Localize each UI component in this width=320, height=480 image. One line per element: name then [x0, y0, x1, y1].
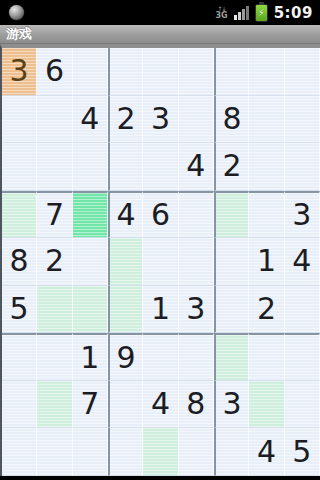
- sudoku-cell-r4c8[interactable]: 4: [285, 238, 320, 286]
- sudoku-cell-r3c2[interactable]: [73, 191, 108, 239]
- sudoku-cell-r0c3[interactable]: [108, 48, 143, 96]
- sudoku-cell-r8c1[interactable]: [37, 428, 72, 476]
- sudoku-cell-r4c4[interactable]: [143, 238, 178, 286]
- sudoku-cell-r6c7[interactable]: [249, 333, 284, 381]
- sudoku-cell-r4c7[interactable]: 1: [249, 238, 284, 286]
- sudoku-cell-r7c3[interactable]: [108, 381, 143, 429]
- sudoku-cell-r8c7[interactable]: 4: [249, 428, 284, 476]
- sudoku-cell-r1c0[interactable]: [2, 96, 37, 144]
- sudoku-cell-r3c1[interactable]: 7: [37, 191, 72, 239]
- status-bar-left: [5, 5, 24, 20]
- sudoku-cell-r4c2[interactable]: [73, 238, 108, 286]
- app-globe-icon: [9, 5, 24, 20]
- signal-strength-icon: [234, 6, 249, 20]
- sudoku-cell-r8c6[interactable]: [214, 428, 249, 476]
- sudoku-cell-r2c1[interactable]: [37, 143, 72, 191]
- sudoku-cell-r0c8[interactable]: [285, 48, 320, 96]
- sudoku-cell-r4c5[interactable]: [179, 238, 214, 286]
- sudoku-cell-r5c8[interactable]: [285, 286, 320, 334]
- sudoku-cell-r1c8[interactable]: [285, 96, 320, 144]
- sudoku-cell-r4c6[interactable]: [214, 238, 249, 286]
- sudoku-cell-r5c3[interactable]: [108, 286, 143, 334]
- sudoku-cell-r7c7[interactable]: [249, 381, 284, 429]
- sudoku-cell-r6c4[interactable]: [143, 333, 178, 381]
- sudoku-cell-r5c2[interactable]: [73, 286, 108, 334]
- sudoku-cell-r7c1[interactable]: [37, 381, 72, 429]
- sudoku-cell-r2c2[interactable]: [73, 143, 108, 191]
- sudoku-cell-r2c4[interactable]: [143, 143, 178, 191]
- sudoku-cell-r7c2[interactable]: 7: [73, 381, 108, 429]
- sudoku-cell-r8c8[interactable]: 5: [285, 428, 320, 476]
- sudoku-cell-r7c8[interactable]: [285, 381, 320, 429]
- sudoku-cell-r5c7[interactable]: 2: [249, 286, 284, 334]
- sudoku-cell-r2c5[interactable]: 4: [179, 143, 214, 191]
- sudoku-cell-r2c6[interactable]: 2: [214, 143, 249, 191]
- sudoku-cell-r6c8[interactable]: [285, 333, 320, 381]
- sudoku-cell-r5c1[interactable]: [37, 286, 72, 334]
- sudoku-cell-r1c5[interactable]: [179, 96, 214, 144]
- sudoku-cell-r2c0[interactable]: [2, 143, 37, 191]
- title-bar: 游戏: [0, 25, 320, 44]
- sudoku-cell-r8c3[interactable]: [108, 428, 143, 476]
- sudoku-cell-r0c2[interactable]: [73, 48, 108, 96]
- sudoku-cell-r0c5[interactable]: [179, 48, 214, 96]
- sudoku-cell-r1c2[interactable]: 4: [73, 96, 108, 144]
- sudoku-cell-r6c6[interactable]: [214, 333, 249, 381]
- sudoku-cell-r0c4[interactable]: [143, 48, 178, 96]
- sudoku-cell-r3c8[interactable]: 3: [285, 191, 320, 239]
- sudoku-cell-r3c6[interactable]: [214, 191, 249, 239]
- sudoku-cell-r7c0[interactable]: [2, 381, 37, 429]
- sudoku-cell-r5c0[interactable]: 5: [2, 286, 37, 334]
- sudoku-cell-r3c4[interactable]: 6: [143, 191, 178, 239]
- sudoku-cell-r0c1[interactable]: 6: [37, 48, 72, 96]
- sudoku-cell-r1c7[interactable]: [249, 96, 284, 144]
- sudoku-cell-r1c6[interactable]: 8: [214, 96, 249, 144]
- sudoku-cell-r0c7[interactable]: [249, 48, 284, 96]
- sudoku-cell-r6c1[interactable]: [37, 333, 72, 381]
- sudoku-cell-r5c6[interactable]: [214, 286, 249, 334]
- sudoku-cell-r8c4[interactable]: [143, 428, 178, 476]
- sudoku-cell-r8c5[interactable]: [179, 428, 214, 476]
- sudoku-cell-r7c5[interactable]: 8: [179, 381, 214, 429]
- battery-charging-icon: ⚡: [255, 4, 268, 22]
- charging-bolt-icon: ⚡: [258, 8, 265, 18]
- sudoku-cell-r2c7[interactable]: [249, 143, 284, 191]
- sudoku-cell-r2c8[interactable]: [285, 143, 320, 191]
- sudoku-cell-r1c4[interactable]: 3: [143, 96, 178, 144]
- sudoku-cell-r6c3[interactable]: 9: [108, 333, 143, 381]
- sudoku-cell-r3c3[interactable]: 4: [108, 191, 143, 239]
- page-title: 游戏: [6, 25, 32, 43]
- sudoku-cell-r4c3[interactable]: [108, 238, 143, 286]
- sudoku-cell-r1c1[interactable]: [37, 96, 72, 144]
- mobile-data-3g-icon: ↑↓ 3G: [216, 6, 228, 20]
- sudoku-cell-r0c6[interactable]: [214, 48, 249, 96]
- sudoku-cell-r8c2[interactable]: [73, 428, 108, 476]
- sudoku-cell-r7c4[interactable]: 4: [143, 381, 178, 429]
- sudoku-cell-r3c0[interactable]: [2, 191, 37, 239]
- sudoku-cell-r4c0[interactable]: 8: [2, 238, 37, 286]
- sudoku-cell-r5c5[interactable]: 3: [179, 286, 214, 334]
- sudoku-cell-r4c1[interactable]: 2: [37, 238, 72, 286]
- sudoku-cell-r0c0[interactable]: 3: [2, 48, 37, 96]
- sudoku-board: 3642384274638214513219748345: [0, 44, 320, 476]
- sudoku-cell-r3c7[interactable]: [249, 191, 284, 239]
- sudoku-cell-r6c5[interactable]: [179, 333, 214, 381]
- sudoku-cell-r6c0[interactable]: [2, 333, 37, 381]
- sudoku-cell-r8c0[interactable]: [2, 428, 37, 476]
- status-bar: ↑↓ 3G ⚡ 5:09: [0, 0, 320, 25]
- sudoku-cell-r2c3[interactable]: [108, 143, 143, 191]
- sudoku-cell-r3c5[interactable]: [179, 191, 214, 239]
- status-bar-right: ↑↓ 3G ⚡ 5:09: [216, 4, 315, 22]
- sudoku-cell-r1c3[interactable]: 2: [108, 96, 143, 144]
- sudoku-cell-r5c4[interactable]: 1: [143, 286, 178, 334]
- status-clock: 5:09: [274, 4, 315, 22]
- sudoku-cell-r7c6[interactable]: 3: [214, 381, 249, 429]
- network-type-label: 3G: [216, 12, 228, 20]
- sudoku-cell-r6c2[interactable]: 1: [73, 333, 108, 381]
